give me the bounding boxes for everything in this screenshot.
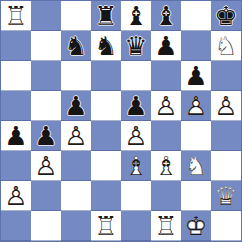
white-rook[interactable]: ♜♖	[91, 211, 121, 241]
square-b3[interactable]: ♟♙	[31, 151, 61, 181]
square-a2[interactable]: ♟♙	[1, 181, 31, 211]
white-queen[interactable]: ♛♕	[211, 181, 241, 211]
white-pawn-outline: ♙	[61, 121, 91, 151]
square-e2[interactable]	[121, 181, 151, 211]
square-c8[interactable]	[61, 1, 91, 31]
black-pawn-glyph: ♟	[1, 121, 31, 151]
black-rook[interactable]: ♜	[91, 1, 121, 31]
square-d6[interactable]	[91, 61, 121, 91]
square-e6[interactable]	[121, 61, 151, 91]
square-f7[interactable]: ♟	[151, 31, 181, 61]
square-g6[interactable]: ♟	[181, 61, 211, 91]
square-f2[interactable]	[151, 181, 181, 211]
black-bishop[interactable]: ♝	[121, 1, 151, 31]
square-c4[interactable]: ♟♙	[61, 121, 91, 151]
square-c5[interactable]: ♟	[61, 91, 91, 121]
white-queen-outline: ♕	[211, 181, 241, 211]
black-pawn[interactable]: ♟	[151, 31, 181, 61]
white-pawn-outline: ♙	[121, 121, 151, 151]
white-king-outline: ♔	[181, 211, 211, 241]
square-e1[interactable]	[121, 211, 151, 241]
square-h2[interactable]: ♛♕	[211, 181, 241, 211]
square-g4[interactable]	[181, 121, 211, 151]
white-pawn-outline: ♙	[151, 91, 181, 121]
square-f8[interactable]: ♝	[151, 1, 181, 31]
black-bishop-glyph: ♝	[121, 1, 151, 31]
square-d4[interactable]	[91, 121, 121, 151]
black-knight[interactable]: ♞	[91, 31, 121, 61]
square-h1[interactable]	[211, 211, 241, 241]
white-knight-outline: ♘	[211, 31, 241, 61]
square-b8[interactable]	[31, 1, 61, 31]
black-rook-glyph: ♜	[91, 1, 121, 31]
black-pawn[interactable]: ♟	[1, 121, 31, 151]
black-pawn[interactable]: ♟	[121, 91, 151, 121]
square-c2[interactable]	[61, 181, 91, 211]
white-pawn[interactable]: ♟♙	[181, 91, 211, 121]
square-a7[interactable]	[1, 31, 31, 61]
square-d8[interactable]: ♜	[91, 1, 121, 31]
square-g3[interactable]: ♞♘	[181, 151, 211, 181]
white-pawn[interactable]: ♟♙	[61, 121, 91, 151]
white-pawn-outline: ♙	[211, 91, 241, 121]
white-pawn[interactable]: ♟♙	[1, 181, 31, 211]
black-knight-glyph: ♞	[91, 31, 121, 61]
white-pawn[interactable]: ♟♙	[31, 151, 61, 181]
square-a6[interactable]	[1, 61, 31, 91]
square-d5[interactable]	[91, 91, 121, 121]
black-pawn[interactable]: ♟	[181, 61, 211, 91]
square-b2[interactable]	[31, 181, 61, 211]
white-king[interactable]: ♚♔	[181, 211, 211, 241]
white-rook-outline: ♖	[91, 211, 121, 241]
black-pawn[interactable]: ♟	[31, 121, 61, 151]
white-pawn[interactable]: ♟♙	[121, 121, 151, 151]
black-pawn-glyph: ♟	[121, 91, 151, 121]
black-knight[interactable]: ♞	[61, 31, 91, 61]
black-bishop[interactable]: ♝	[151, 1, 181, 31]
black-pawn-glyph: ♟	[151, 31, 181, 61]
white-bishop-outline: ♗	[121, 151, 151, 181]
white-knight[interactable]: ♞♘	[211, 31, 241, 61]
chess-board: ♜♖♜♝♝♚♞♞♛♟♞♘♟♟♟♟♙♟♙♟♙♟♟♟♙♟♙♟♙♝♗♝♗♞♘♟♙♛♕♜…	[0, 0, 242, 242]
square-a1[interactable]	[1, 211, 31, 241]
square-a8[interactable]: ♜♖	[1, 1, 31, 31]
square-f4[interactable]	[151, 121, 181, 151]
square-g5[interactable]: ♟♙	[181, 91, 211, 121]
square-h8[interactable]: ♚	[211, 1, 241, 31]
white-rook[interactable]: ♜♖	[1, 1, 31, 31]
square-h6[interactable]	[211, 61, 241, 91]
black-pawn-glyph: ♟	[61, 91, 91, 121]
square-e8[interactable]: ♝	[121, 1, 151, 31]
square-e7[interactable]: ♛	[121, 31, 151, 61]
square-b5[interactable]	[31, 91, 61, 121]
square-h5[interactable]: ♟♙	[211, 91, 241, 121]
square-b7[interactable]	[31, 31, 61, 61]
white-rook-outline: ♖	[1, 1, 31, 31]
square-b1[interactable]	[31, 211, 61, 241]
square-a3[interactable]	[1, 151, 31, 181]
white-pawn-outline: ♙	[181, 91, 211, 121]
white-bishop-outline: ♗	[151, 151, 181, 181]
white-pawn-outline: ♙	[31, 151, 61, 181]
white-rook-outline: ♖	[151, 211, 181, 241]
square-h3[interactable]	[211, 151, 241, 181]
square-a5[interactable]	[1, 91, 31, 121]
black-queen-glyph: ♛	[121, 31, 151, 61]
square-h4[interactable]	[211, 121, 241, 151]
white-pawn-outline: ♙	[1, 181, 31, 211]
square-d3[interactable]	[91, 151, 121, 181]
square-a4[interactable]: ♟	[1, 121, 31, 151]
square-b4[interactable]: ♟	[31, 121, 61, 151]
square-b6[interactable]	[31, 61, 61, 91]
square-d7[interactable]: ♞	[91, 31, 121, 61]
white-pawn[interactable]: ♟♙	[151, 91, 181, 121]
black-pawn[interactable]: ♟	[61, 91, 91, 121]
white-rook[interactable]: ♜♖	[151, 211, 181, 241]
black-queen[interactable]: ♛	[121, 31, 151, 61]
black-pawn-glyph: ♟	[181, 61, 211, 91]
white-pawn[interactable]: ♟♙	[211, 91, 241, 121]
black-pawn-glyph: ♟	[31, 121, 61, 151]
square-g2[interactable]	[181, 181, 211, 211]
square-g7[interactable]	[181, 31, 211, 61]
square-c7[interactable]: ♞	[61, 31, 91, 61]
square-e3[interactable]: ♝♗	[121, 151, 151, 181]
square-e4[interactable]: ♟♙	[121, 121, 151, 151]
square-f1[interactable]: ♜♖	[151, 211, 181, 241]
black-knight-glyph: ♞	[61, 31, 91, 61]
square-c3[interactable]	[61, 151, 91, 181]
square-e5[interactable]: ♟	[121, 91, 151, 121]
square-c6[interactable]	[61, 61, 91, 91]
black-bishop-glyph: ♝	[151, 1, 181, 31]
square-f5[interactable]: ♟♙	[151, 91, 181, 121]
square-f3[interactable]: ♝♗	[151, 151, 181, 181]
square-f6[interactable]	[151, 61, 181, 91]
square-d2[interactable]	[91, 181, 121, 211]
square-h7[interactable]: ♞♘	[211, 31, 241, 61]
white-bishop[interactable]: ♝♗	[121, 151, 151, 181]
white-knight-outline: ♘	[181, 151, 211, 181]
black-king-glyph: ♚	[211, 1, 241, 31]
white-knight[interactable]: ♞♘	[181, 151, 211, 181]
square-d1[interactable]: ♜♖	[91, 211, 121, 241]
white-bishop[interactable]: ♝♗	[151, 151, 181, 181]
square-g8[interactable]	[181, 1, 211, 31]
square-c1[interactable]	[61, 211, 91, 241]
square-g1[interactable]: ♚♔	[181, 211, 211, 241]
black-king[interactable]: ♚	[211, 1, 241, 31]
